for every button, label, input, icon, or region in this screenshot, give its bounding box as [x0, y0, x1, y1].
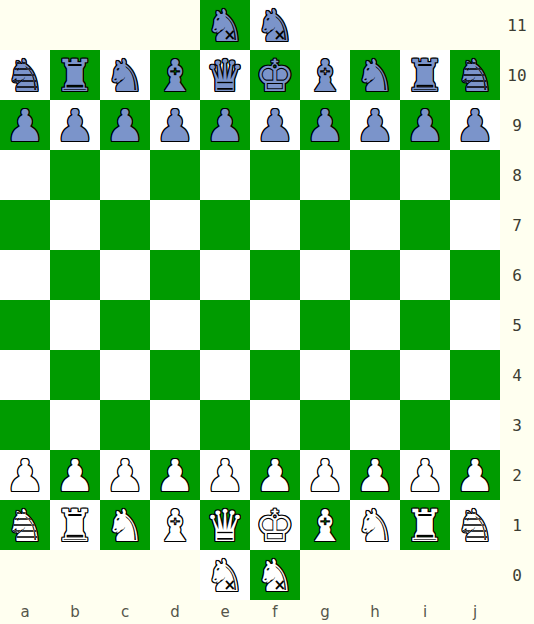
square-e3[interactable] — [200, 400, 250, 450]
rook-glyph-icon: ♜ — [55, 52, 94, 100]
piece-black-pawn-b9[interactable]: ♟ — [50, 100, 100, 150]
square-i7[interactable] — [400, 200, 450, 250]
square-j8[interactable] — [450, 150, 500, 200]
rank-label-4: 4 — [500, 350, 534, 400]
square-i9[interactable]: ♟ — [400, 100, 450, 150]
square-j4[interactable] — [450, 350, 500, 400]
void-cell — [400, 550, 450, 600]
piece-black-king-f10[interactable]: ♚ — [250, 50, 300, 100]
piece-white-pawn-h2[interactable]: ♟ — [350, 450, 400, 500]
square-g3[interactable] — [300, 400, 350, 450]
piece-black-rook-i10[interactable]: ♜ — [400, 50, 450, 100]
piece-black-rook-b10[interactable]: ♜ — [50, 50, 100, 100]
square-e9[interactable]: ♟ — [200, 100, 250, 150]
square-h1[interactable]: ♞ — [350, 500, 400, 550]
square-j9[interactable]: ♟ — [450, 100, 500, 150]
void-cell — [400, 0, 450, 50]
camel-x-mark-icon: × — [223, 28, 236, 43]
piece-white-pawn-d2[interactable]: ♟ — [150, 450, 200, 500]
piece-black-pawn-g9[interactable]: ♟ — [300, 100, 350, 150]
pawn-glyph-icon: ♟ — [105, 452, 144, 500]
square-d1[interactable]: ♝ — [150, 500, 200, 550]
square-g6[interactable] — [300, 250, 350, 300]
square-f6[interactable] — [250, 250, 300, 300]
pawn-glyph-icon: ♟ — [355, 102, 394, 150]
rank-label-1: 1 — [500, 500, 534, 550]
pawn-glyph-icon: ♟ — [255, 102, 294, 150]
square-d2[interactable]: ♟ — [150, 450, 200, 500]
square-f1[interactable]: ♚ — [250, 500, 300, 550]
square-j10[interactable]: ♞♞ — [450, 50, 500, 100]
square-d3[interactable] — [150, 400, 200, 450]
pawn-glyph-icon: ♟ — [55, 452, 94, 500]
piece-white-pawn-f2[interactable]: ♟ — [250, 450, 300, 500]
game-board: ♞×♞×11♞♞♜♞♝♛♚♝♞♜♞♞10♟♟♟♟♟♟♟♟♟♟9876543♟♟♟… — [0, 0, 534, 624]
pawn-glyph-icon: ♟ — [405, 452, 444, 500]
pawn-glyph-icon: ♟ — [55, 102, 94, 150]
piece-black-knight-h10[interactable]: ♞ — [350, 50, 400, 100]
square-h8[interactable] — [350, 150, 400, 200]
rook-glyph-icon: ♜ — [405, 502, 444, 550]
square-b1[interactable]: ♜ — [50, 500, 100, 550]
piece-black-zebra-a10[interactable]: ♞♞ — [0, 50, 50, 100]
pawn-glyph-icon: ♟ — [155, 102, 194, 150]
square-a1[interactable]: ♞♞ — [0, 500, 50, 550]
square-i4[interactable] — [400, 350, 450, 400]
square-d5[interactable] — [150, 300, 200, 350]
zebra-stripes-icon: ♞ — [450, 502, 500, 550]
square-d9[interactable]: ♟ — [150, 100, 200, 150]
square-j6[interactable] — [450, 250, 500, 300]
square-c4[interactable] — [100, 350, 150, 400]
square-e0[interactable]: ♞× — [200, 550, 250, 600]
square-h6[interactable] — [350, 250, 400, 300]
zebra-stripes-icon: ♞ — [450, 52, 500, 100]
piece-black-bishop-d10[interactable]: ♝ — [150, 50, 200, 100]
void-cell — [50, 550, 100, 600]
piece-black-knight-c10[interactable]: ♞ — [100, 50, 150, 100]
square-h9[interactable]: ♟ — [350, 100, 400, 150]
pawn-glyph-icon: ♟ — [305, 102, 344, 150]
knight-glyph-icon: ♞ — [105, 52, 144, 100]
piece-white-zebra-a1[interactable]: ♞♞ — [0, 500, 50, 550]
square-b6[interactable] — [50, 250, 100, 300]
square-d10[interactable]: ♝ — [150, 50, 200, 100]
file-label-e: e — [200, 600, 250, 624]
piece-black-pawn-c9[interactable]: ♟ — [100, 100, 150, 150]
file-label-h: h — [350, 600, 400, 624]
piece-white-pawn-c2[interactable]: ♟ — [100, 450, 150, 500]
square-d6[interactable] — [150, 250, 200, 300]
bishop-glyph-icon: ♝ — [305, 502, 344, 550]
queen-glyph-icon: ♛ — [205, 52, 244, 100]
piece-white-bishop-d1[interactable]: ♝ — [150, 500, 200, 550]
king-glyph-icon: ♚ — [255, 502, 294, 550]
pawn-glyph-icon: ♟ — [205, 452, 244, 500]
square-b2[interactable]: ♟ — [50, 450, 100, 500]
pawn-glyph-icon: ♟ — [455, 102, 494, 150]
square-f3[interactable] — [250, 400, 300, 450]
knight-glyph-icon: ♞ — [355, 52, 394, 100]
square-e11[interactable]: ♞× — [200, 0, 250, 50]
void-cell — [300, 550, 350, 600]
void-cell — [450, 550, 500, 600]
square-e1[interactable]: ♛ — [200, 500, 250, 550]
piece-white-king-f1[interactable]: ♚ — [250, 500, 300, 550]
square-e6[interactable] — [200, 250, 250, 300]
square-b10[interactable]: ♜ — [50, 50, 100, 100]
rank-label-11: 11 — [500, 0, 534, 50]
piece-white-rook-i1[interactable]: ♜ — [400, 500, 450, 550]
file-label-f: f — [250, 600, 300, 624]
square-f5[interactable] — [250, 300, 300, 350]
square-b3[interactable] — [50, 400, 100, 450]
square-i2[interactable]: ♟ — [400, 450, 450, 500]
zebra-stripes-icon: ♞ — [0, 502, 50, 550]
square-h10[interactable]: ♞ — [350, 50, 400, 100]
piece-white-rook-b1[interactable]: ♜ — [50, 500, 100, 550]
square-f7[interactable] — [250, 200, 300, 250]
piece-black-pawn-i9[interactable]: ♟ — [400, 100, 450, 150]
piece-black-zebra-j10[interactable]: ♞♞ — [450, 50, 500, 100]
square-a10[interactable]: ♞♞ — [0, 50, 50, 100]
square-c2[interactable]: ♟ — [100, 450, 150, 500]
rook-glyph-icon: ♜ — [55, 502, 94, 550]
void-cell — [100, 550, 150, 600]
file-label-g: g — [300, 600, 350, 624]
square-i8[interactable] — [400, 150, 450, 200]
square-f8[interactable] — [250, 150, 300, 200]
square-g5[interactable] — [300, 300, 350, 350]
bishop-glyph-icon: ♝ — [155, 52, 194, 100]
square-g7[interactable] — [300, 200, 350, 250]
piece-white-knight-h1[interactable]: ♞ — [350, 500, 400, 550]
square-f9[interactable]: ♟ — [250, 100, 300, 150]
pawn-glyph-icon: ♟ — [155, 452, 194, 500]
square-g9[interactable]: ♟ — [300, 100, 350, 150]
square-c1[interactable]: ♞ — [100, 500, 150, 550]
square-a6[interactable] — [0, 250, 50, 300]
bishop-glyph-icon: ♝ — [305, 52, 344, 100]
square-f10[interactable]: ♚ — [250, 50, 300, 100]
piece-black-pawn-e9[interactable]: ♟ — [200, 100, 250, 150]
piece-black-pawn-h9[interactable]: ♟ — [350, 100, 400, 150]
void-cell — [450, 0, 500, 50]
square-d4[interactable] — [150, 350, 200, 400]
piece-white-camel-f0[interactable]: ♞× — [250, 550, 300, 600]
rank-label-7: 7 — [500, 200, 534, 250]
void-cell — [100, 0, 150, 50]
square-b7[interactable] — [50, 200, 100, 250]
square-j1[interactable]: ♞♞ — [450, 500, 500, 550]
void-cell — [350, 550, 400, 600]
rank-label-8: 8 — [500, 150, 534, 200]
queen-glyph-icon: ♛ — [205, 502, 244, 550]
corner-void — [500, 600, 534, 624]
square-g2[interactable]: ♟ — [300, 450, 350, 500]
file-label-b: b — [50, 600, 100, 624]
pawn-glyph-icon: ♟ — [255, 452, 294, 500]
square-j5[interactable] — [450, 300, 500, 350]
square-e7[interactable] — [200, 200, 250, 250]
square-a9[interactable]: ♟ — [0, 100, 50, 150]
king-glyph-icon: ♚ — [255, 52, 294, 100]
piece-black-bishop-g10[interactable]: ♝ — [300, 50, 350, 100]
square-g1[interactable]: ♝ — [300, 500, 350, 550]
pawn-glyph-icon: ♟ — [5, 102, 44, 150]
void-cell — [350, 0, 400, 50]
square-g4[interactable] — [300, 350, 350, 400]
file-label-c: c — [100, 600, 150, 624]
pawn-glyph-icon: ♟ — [105, 102, 144, 150]
square-a8[interactable] — [0, 150, 50, 200]
square-e10[interactable]: ♛ — [200, 50, 250, 100]
square-i10[interactable]: ♜ — [400, 50, 450, 100]
piece-white-queen-e1[interactable]: ♛ — [200, 500, 250, 550]
square-h2[interactable]: ♟ — [350, 450, 400, 500]
square-f0[interactable]: ♞× — [250, 550, 300, 600]
pawn-glyph-icon: ♟ — [355, 452, 394, 500]
void-cell — [300, 0, 350, 50]
piece-white-pawn-e2[interactable]: ♟ — [200, 450, 250, 500]
square-c3[interactable] — [100, 400, 150, 450]
square-h4[interactable] — [350, 350, 400, 400]
pawn-glyph-icon: ♟ — [5, 452, 44, 500]
square-i6[interactable] — [400, 250, 450, 300]
pawn-glyph-icon: ♟ — [405, 102, 444, 150]
square-b8[interactable] — [50, 150, 100, 200]
square-a3[interactable] — [0, 400, 50, 450]
piece-white-pawn-i2[interactable]: ♟ — [400, 450, 450, 500]
piece-white-pawn-j2[interactable]: ♟ — [450, 450, 500, 500]
piece-black-pawn-a9[interactable]: ♟ — [0, 100, 50, 150]
rank-label-5: 5 — [500, 300, 534, 350]
square-f11[interactable]: ♞× — [250, 0, 300, 50]
rank-label-6: 6 — [500, 250, 534, 300]
rank-label-0: 0 — [500, 550, 534, 600]
square-i3[interactable] — [400, 400, 450, 450]
pawn-glyph-icon: ♟ — [305, 452, 344, 500]
camel-x-mark-icon: × — [223, 578, 236, 593]
square-b5[interactable] — [50, 300, 100, 350]
square-e8[interactable] — [200, 150, 250, 200]
square-g10[interactable]: ♝ — [300, 50, 350, 100]
zebra-stripes-icon: ♞ — [0, 52, 50, 100]
square-c5[interactable] — [100, 300, 150, 350]
piece-white-zebra-j1[interactable]: ♞♞ — [450, 500, 500, 550]
pawn-glyph-icon: ♟ — [455, 452, 494, 500]
void-cell — [0, 550, 50, 600]
square-h7[interactable] — [350, 200, 400, 250]
rank-label-9: 9 — [500, 100, 534, 150]
square-g8[interactable] — [300, 150, 350, 200]
square-c6[interactable] — [100, 250, 150, 300]
square-j3[interactable] — [450, 400, 500, 450]
square-c7[interactable] — [100, 200, 150, 250]
square-b9[interactable]: ♟ — [50, 100, 100, 150]
pawn-glyph-icon: ♟ — [205, 102, 244, 150]
square-b4[interactable] — [50, 350, 100, 400]
piece-black-pawn-f9[interactable]: ♟ — [250, 100, 300, 150]
piece-white-pawn-a2[interactable]: ♟ — [0, 450, 50, 500]
piece-black-pawn-d9[interactable]: ♟ — [150, 100, 200, 150]
square-a4[interactable] — [0, 350, 50, 400]
knight-glyph-icon: ♞ — [355, 502, 394, 550]
piece-white-camel-e0[interactable]: ♞× — [200, 550, 250, 600]
piece-black-queen-e10[interactable]: ♛ — [200, 50, 250, 100]
rank-label-10: 10 — [500, 50, 534, 100]
square-j7[interactable] — [450, 200, 500, 250]
file-label-d: d — [150, 600, 200, 624]
rank-label-2: 2 — [500, 450, 534, 500]
void-cell — [150, 0, 200, 50]
void-cell — [150, 550, 200, 600]
square-c10[interactable]: ♞ — [100, 50, 150, 100]
piece-black-camel-e11[interactable]: ♞× — [200, 0, 250, 50]
square-c9[interactable]: ♟ — [100, 100, 150, 150]
square-e5[interactable] — [200, 300, 250, 350]
file-label-i: i — [400, 600, 450, 624]
piece-white-pawn-b2[interactable]: ♟ — [50, 450, 100, 500]
bishop-glyph-icon: ♝ — [155, 502, 194, 550]
piece-white-pawn-g2[interactable]: ♟ — [300, 450, 350, 500]
square-a2[interactable]: ♟ — [0, 450, 50, 500]
file-label-a: a — [0, 600, 50, 624]
square-e2[interactable]: ♟ — [200, 450, 250, 500]
piece-black-camel-f11[interactable]: ♞× — [250, 0, 300, 50]
square-a5[interactable] — [0, 300, 50, 350]
square-f4[interactable] — [250, 350, 300, 400]
piece-white-knight-c1[interactable]: ♞ — [100, 500, 150, 550]
square-h3[interactable] — [350, 400, 400, 450]
square-f2[interactable]: ♟ — [250, 450, 300, 500]
camel-x-mark-icon: × — [273, 578, 286, 593]
square-d7[interactable] — [150, 200, 200, 250]
square-i1[interactable]: ♜ — [400, 500, 450, 550]
piece-black-pawn-j9[interactable]: ♟ — [450, 100, 500, 150]
void-cell — [50, 0, 100, 50]
file-label-j: j — [450, 600, 500, 624]
rook-glyph-icon: ♜ — [405, 52, 444, 100]
square-c8[interactable] — [100, 150, 150, 200]
square-d8[interactable] — [150, 150, 200, 200]
square-a7[interactable] — [0, 200, 50, 250]
camel-x-mark-icon: × — [273, 28, 286, 43]
square-j2[interactable]: ♟ — [450, 450, 500, 500]
knight-glyph-icon: ♞ — [105, 502, 144, 550]
square-e4[interactable] — [200, 350, 250, 400]
square-h5[interactable] — [350, 300, 400, 350]
rank-label-3: 3 — [500, 400, 534, 450]
piece-white-bishop-g1[interactable]: ♝ — [300, 500, 350, 550]
void-cell — [0, 0, 50, 50]
square-i5[interactable] — [400, 300, 450, 350]
